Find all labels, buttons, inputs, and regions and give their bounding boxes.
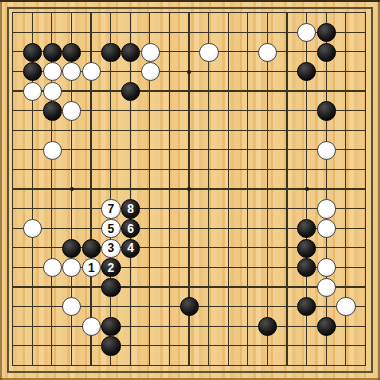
white-stone	[82, 62, 101, 81]
go-board-diagram: 12345678	[0, 0, 380, 380]
move-number: 5	[108, 222, 115, 234]
white-stone	[62, 258, 81, 277]
black-stone	[101, 317, 120, 336]
white-stone	[317, 141, 336, 160]
black-stone	[43, 101, 62, 120]
star-point	[70, 187, 74, 191]
star-point	[187, 70, 191, 74]
white-stone	[62, 62, 81, 81]
white-stone	[43, 258, 62, 277]
black-stone	[82, 239, 101, 258]
black-stone	[121, 82, 140, 101]
move-number: 2	[108, 261, 115, 273]
white-stone	[317, 199, 336, 218]
black-stone	[23, 62, 42, 81]
white-move-stone: 1	[82, 258, 101, 277]
black-move-stone: 2	[101, 258, 120, 277]
white-stone	[62, 297, 81, 316]
white-stone	[141, 43, 160, 62]
move-number: 8	[127, 202, 134, 214]
white-stone	[317, 278, 336, 297]
star-point	[187, 187, 191, 191]
white-stone	[23, 82, 42, 101]
white-move-stone: 7	[101, 199, 120, 218]
black-stone	[317, 317, 336, 336]
black-stone	[62, 239, 81, 258]
black-move-stone: 4	[121, 239, 140, 258]
black-stone	[258, 317, 277, 336]
black-stone	[317, 23, 336, 42]
white-stone	[62, 101, 81, 120]
white-move-stone: 5	[101, 219, 120, 238]
white-move-stone: 3	[101, 239, 120, 258]
move-number: 6	[127, 222, 134, 234]
black-stone	[62, 43, 81, 62]
white-stone	[297, 23, 316, 42]
move-number: 1	[88, 261, 95, 273]
black-stone	[121, 43, 140, 62]
white-stone	[258, 43, 277, 62]
white-stone	[43, 62, 62, 81]
black-stone	[180, 297, 199, 316]
white-stone	[23, 219, 42, 238]
black-stone	[43, 43, 62, 62]
white-stone	[199, 43, 218, 62]
black-stone	[101, 278, 120, 297]
black-stone	[23, 43, 42, 62]
white-stone	[43, 141, 62, 160]
go-board-grid[interactable]: 12345678	[3, 3, 375, 375]
white-stone	[336, 297, 355, 316]
black-stone	[101, 43, 120, 62]
white-stone	[43, 82, 62, 101]
black-stone	[297, 219, 316, 238]
black-move-stone: 8	[121, 199, 140, 218]
white-stone	[317, 258, 336, 277]
black-stone	[317, 101, 336, 120]
white-stone	[317, 219, 336, 238]
move-number: 4	[127, 242, 134, 254]
black-stone	[101, 336, 120, 355]
white-stone	[82, 317, 101, 336]
star-point	[305, 187, 309, 191]
black-stone	[317, 43, 336, 62]
white-stone	[141, 62, 160, 81]
black-stone	[297, 239, 316, 258]
black-move-stone: 6	[121, 219, 140, 238]
black-stone	[297, 297, 316, 316]
move-number: 7	[108, 202, 115, 214]
move-number: 3	[108, 242, 115, 254]
black-stone	[297, 62, 316, 81]
black-stone	[297, 258, 316, 277]
